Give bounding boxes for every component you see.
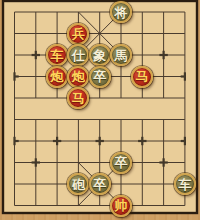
piece-red-chariot[interactable]: 车: [46, 44, 68, 66]
piece-black-horse[interactable]: 馬: [110, 44, 132, 66]
piece-black-chariot[interactable]: 车: [174, 173, 196, 195]
piece-black-soldier[interactable]: 卒: [110, 152, 132, 174]
piece-black-elephant[interactable]: 象: [89, 44, 111, 66]
piece-red-general[interactable]: 帅: [110, 195, 132, 217]
piece-black-general[interactable]: 将: [110, 1, 132, 23]
xiangqi-board: 将兵车仕象馬炮炮卒马马卒砲卒车帅: [0, 0, 200, 220]
piece-red-horse[interactable]: 马: [131, 66, 153, 88]
piece-red-soldier[interactable]: 兵: [67, 23, 89, 45]
piece-red-cannon[interactable]: 炮: [46, 66, 68, 88]
piece-black-soldier[interactable]: 卒: [89, 173, 111, 195]
piece-black-soldier[interactable]: 卒: [89, 66, 111, 88]
piece-red-cannon[interactable]: 炮: [67, 66, 89, 88]
